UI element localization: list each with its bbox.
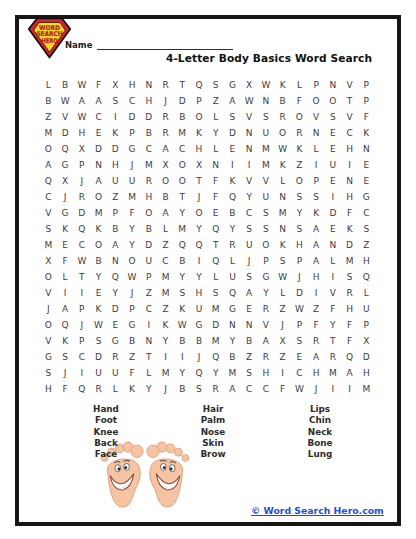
grid-cell: M: [157, 285, 174, 301]
grid-cell: E: [57, 237, 74, 253]
grid-cell: W: [291, 381, 308, 397]
grid-cell: F: [324, 301, 341, 317]
grid-cell: I: [73, 285, 90, 301]
grid-cell: D: [291, 285, 308, 301]
grid-cell: F: [341, 205, 358, 221]
grid-cell: H: [140, 189, 157, 205]
grid-cell: I: [341, 381, 358, 397]
grid-cell: H: [358, 365, 375, 381]
grid-cell: M: [174, 125, 191, 141]
word-list-column-2: HairPalmNoseSkinBrow: [173, 404, 253, 460]
grid-cell: V: [241, 173, 258, 189]
grid-cell: Q: [40, 173, 57, 189]
grid-cell: S: [308, 189, 325, 205]
grid-cell: R: [308, 333, 325, 349]
grid-cell: I: [324, 189, 341, 205]
grid-cell: O: [191, 109, 208, 125]
grid-cell: U: [358, 301, 375, 317]
word-item: Skin: [173, 438, 253, 449]
grid-cell: D: [107, 301, 124, 317]
grid-cell: R: [90, 381, 107, 397]
grid-cell: D: [107, 141, 124, 157]
word-item: Foot: [66, 415, 146, 426]
grid-cell: D: [57, 125, 74, 141]
grid-cell: F: [207, 189, 224, 205]
grid-cell: Y: [174, 205, 191, 221]
grid-cell: Z: [291, 157, 308, 173]
grid-cell: M: [40, 237, 57, 253]
word-item: Face: [66, 449, 146, 460]
grid-cell: Y: [90, 269, 107, 285]
grid-cell: M: [207, 301, 224, 317]
grid-cell: I: [224, 157, 241, 173]
grid-cell: W: [241, 93, 258, 109]
grid-cell: M: [174, 221, 191, 237]
grid-cell: G: [224, 301, 241, 317]
grid-cell: R: [140, 173, 157, 189]
grid-cell: O: [291, 109, 308, 125]
grid-cell: C: [258, 381, 275, 397]
grid-cell: P: [358, 77, 375, 93]
page-frame: WORD SEARCH HERO Name 4-Letter Body Basi…: [15, 15, 401, 526]
logo-text-hero: HERO: [41, 37, 58, 45]
grid-cell: V: [40, 333, 57, 349]
grid-cell: H: [124, 77, 141, 93]
grid-cell: V: [241, 109, 258, 125]
grid-cell: F: [57, 381, 74, 397]
grid-cell: M: [40, 125, 57, 141]
grid-cell: N: [241, 317, 258, 333]
word-item: Hair: [173, 404, 253, 415]
grid-cell: Q: [174, 237, 191, 253]
grid-cell: G: [40, 349, 57, 365]
grid-cell: Q: [73, 221, 90, 237]
grid-cell: A: [224, 93, 241, 109]
grid-cell: C: [73, 349, 90, 365]
grid-cell: L: [274, 173, 291, 189]
word-item: Lung: [280, 449, 360, 460]
grid-cell: A: [107, 237, 124, 253]
grid-cell: J: [191, 189, 208, 205]
grid-cell: U: [90, 365, 107, 381]
grid-cell: L: [324, 253, 341, 269]
grid-cell: I: [174, 349, 191, 365]
grid-cell: J: [40, 301, 57, 317]
grid-cell: P: [358, 317, 375, 333]
grid-cell: L: [224, 253, 241, 269]
grid-cell: N: [324, 77, 341, 93]
grid-cell: P: [291, 253, 308, 269]
grid-cell: Q: [73, 381, 90, 397]
grid-cell: C: [291, 365, 308, 381]
grid-cell: X: [274, 333, 291, 349]
grid-cell: A: [57, 301, 74, 317]
grid-cell: Q: [57, 141, 74, 157]
grid-cell: P: [124, 125, 141, 141]
grid-cell: T: [324, 333, 341, 349]
grid-cell: O: [140, 205, 157, 221]
grid-cell: N: [140, 77, 157, 93]
grid-cell: X: [40, 253, 57, 269]
grid-cell: B: [241, 333, 258, 349]
grid-cell: X: [107, 77, 124, 93]
grid-cell: E: [358, 173, 375, 189]
grid-cell: J: [191, 349, 208, 365]
grid-cell: D: [224, 125, 241, 141]
grid-cell: K: [157, 317, 174, 333]
grid-cell: R: [258, 301, 275, 317]
grid-cell: M: [157, 269, 174, 285]
grid-cell: D: [140, 237, 157, 253]
grid-cell: K: [57, 333, 74, 349]
grid-cell: S: [241, 365, 258, 381]
grid-cell: I: [308, 157, 325, 173]
grid-cell: H: [341, 189, 358, 205]
grid-cell: H: [73, 125, 90, 141]
grid-cell: N: [241, 141, 258, 157]
grid-cell: K: [57, 221, 74, 237]
grid-cell: J: [73, 173, 90, 189]
grid-cell: R: [157, 125, 174, 141]
grid-cell: S: [358, 221, 375, 237]
grid-cell: D: [207, 317, 224, 333]
grid-cell: K: [358, 125, 375, 141]
grid-cell: A: [341, 365, 358, 381]
grid-cell: W: [73, 77, 90, 93]
grid-cell: K: [308, 205, 325, 221]
grid-cell: O: [291, 173, 308, 189]
grid-cell: C: [40, 189, 57, 205]
grid-cell: Z: [40, 109, 57, 125]
grid-cell: P: [291, 317, 308, 333]
grid-cell: H: [107, 157, 124, 173]
grid-cell: I: [324, 381, 341, 397]
grid-cell: G: [358, 189, 375, 205]
grid-cell: T: [140, 349, 157, 365]
word-item: Hand: [66, 404, 146, 415]
grid-cell: Y: [174, 365, 191, 381]
grid-cell: C: [124, 93, 141, 109]
grid-cell: E: [224, 141, 241, 157]
grid-cell: X: [241, 77, 258, 93]
grid-cell: G: [224, 77, 241, 93]
grid-cell: F: [291, 93, 308, 109]
grid-cell: O: [324, 93, 341, 109]
grid-cell: B: [224, 205, 241, 221]
grid-cell: F: [90, 77, 107, 93]
grid-cell: M: [157, 365, 174, 381]
grid-cell: Z: [124, 349, 141, 365]
grid-cell: X: [358, 333, 375, 349]
grid-cell: A: [224, 381, 241, 397]
grid-cell: B: [224, 349, 241, 365]
grid-cell: I: [308, 285, 325, 301]
grid-cell: Q: [224, 285, 241, 301]
grid-cell: A: [73, 93, 90, 109]
grid-cell: C: [241, 205, 258, 221]
grid-cell: S: [174, 285, 191, 301]
grid-cell: M: [140, 157, 157, 173]
grid-cell: M: [341, 253, 358, 269]
grid-cell: Q: [207, 221, 224, 237]
grid-cell: T: [191, 173, 208, 189]
grid-cell: Y: [224, 333, 241, 349]
grid-cell: S: [291, 333, 308, 349]
grid-cell: W: [291, 301, 308, 317]
grid-cell: D: [358, 349, 375, 365]
grid-cell: E: [107, 317, 124, 333]
grid-cell: S: [341, 269, 358, 285]
grid-cell: J: [73, 317, 90, 333]
grid-cell: O: [90, 189, 107, 205]
grid-cell: J: [57, 365, 74, 381]
grid-cell: Q: [191, 365, 208, 381]
grid-cell: K: [90, 221, 107, 237]
grid-cell: K: [274, 77, 291, 93]
grid-cell: L: [40, 77, 57, 93]
grid-cell: H: [40, 381, 57, 397]
grid-cell: E: [324, 221, 341, 237]
grid-cell: W: [174, 317, 191, 333]
grid-cell: L: [274, 285, 291, 301]
grid-cell: C: [90, 109, 107, 125]
grid-cell: I: [241, 157, 258, 173]
grid-cell: Z: [157, 237, 174, 253]
grid-cell: E: [90, 125, 107, 141]
grid-cell: S: [207, 285, 224, 301]
grid-cell: N: [274, 189, 291, 205]
grid-cell: S: [291, 189, 308, 205]
grid-cell: C: [174, 141, 191, 157]
grid-cell: X: [157, 157, 174, 173]
word-item: Nose: [173, 427, 253, 438]
grid-cell: W: [57, 93, 74, 109]
grid-cell: B: [174, 381, 191, 397]
grid-cell: M: [207, 333, 224, 349]
grid-cell: D: [140, 109, 157, 125]
grid-cell: M: [224, 365, 241, 381]
grid-cell: M: [274, 205, 291, 221]
grid-cell: Y: [258, 285, 275, 301]
grid-cell: Q: [191, 77, 208, 93]
grid-cell: B: [140, 125, 157, 141]
grid-cell: J: [291, 269, 308, 285]
grid-cell: Q: [341, 349, 358, 365]
grid-cell: S: [40, 365, 57, 381]
grid-cell: P: [124, 301, 141, 317]
grid-cell: H: [341, 141, 358, 157]
grid-cell: X: [73, 141, 90, 157]
grid-cell: O: [191, 205, 208, 221]
grid-cell: P: [73, 301, 90, 317]
grid-cell: V: [40, 285, 57, 301]
word-item: Knee: [66, 427, 146, 438]
grid-cell: V: [324, 285, 341, 301]
grid-cell: B: [40, 93, 57, 109]
grid-cell: B: [57, 77, 74, 93]
credit-link[interactable]: © Word Search Hero.com: [251, 505, 384, 516]
grid-cell: Y: [324, 317, 341, 333]
grid-cell: D: [124, 109, 141, 125]
grid-cell: F: [57, 253, 74, 269]
grid-cell: D: [174, 93, 191, 109]
grid-cell: R: [291, 125, 308, 141]
grid-cell: K: [274, 157, 291, 173]
grid-cell: R: [107, 349, 124, 365]
grid-cell: G: [57, 205, 74, 221]
grid-cell: I: [191, 253, 208, 269]
grid-cell: H: [191, 141, 208, 157]
grid-cell: A: [308, 253, 325, 269]
grid-cell: V: [341, 77, 358, 93]
grid-cell: A: [241, 285, 258, 301]
grid-cell: O: [174, 157, 191, 173]
grid-cell: Q: [207, 253, 224, 269]
grid-cell: Z: [207, 93, 224, 109]
grid-cell: P: [73, 157, 90, 173]
grid-cell: I: [57, 285, 74, 301]
grid-cell: Q: [57, 317, 74, 333]
grid-cell: U: [191, 301, 208, 317]
grid-cell: Z: [107, 189, 124, 205]
grid-cell: T: [174, 189, 191, 205]
grid-cell: N: [274, 221, 291, 237]
word-list: HandFootKneeBackFace HairPalmNoseSkinBro…: [19, 404, 397, 462]
grid-cell: Q: [191, 237, 208, 253]
grid-cell: R: [258, 349, 275, 365]
grid-cell: M: [124, 189, 141, 205]
word-list-column-1: HandFootKneeBackFace: [66, 404, 146, 460]
grid-cell: J: [124, 285, 141, 301]
grid-cell: E: [207, 205, 224, 221]
grid-cell: Y: [140, 381, 157, 397]
grid-cell: A: [308, 237, 325, 253]
grid-cell: R: [73, 189, 90, 205]
grid-cell: Z: [308, 301, 325, 317]
grid-cell: H: [140, 93, 157, 109]
grid-cell: J: [157, 93, 174, 109]
grid-cell: W: [274, 269, 291, 285]
grid-cell: Z: [358, 237, 375, 253]
grid-cell: D: [341, 237, 358, 253]
grid-cell: A: [258, 333, 275, 349]
grid-cell: N: [324, 237, 341, 253]
grid-cell: L: [207, 109, 224, 125]
grid-cell: A: [157, 141, 174, 157]
name-label: Name: [65, 40, 97, 50]
grid-cell: A: [90, 93, 107, 109]
word-search-hero-logo: WORD SEARCH HERO: [26, 16, 73, 59]
grid-cell: L: [140, 365, 157, 381]
grid-cell: N: [90, 157, 107, 173]
grid-cell: E: [291, 349, 308, 365]
grid-cell: H: [341, 301, 358, 317]
grid-cell: C: [140, 141, 157, 157]
word-item: Neck: [280, 427, 360, 438]
grid-cell: L: [107, 381, 124, 397]
word-item: Bone: [280, 438, 360, 449]
grid-cell: U: [258, 125, 275, 141]
grid-cell: E: [241, 301, 258, 317]
grid-cell: U: [224, 269, 241, 285]
grid-cell: J: [241, 253, 258, 269]
grid-cell: O: [40, 269, 57, 285]
grid-cell: B: [191, 333, 208, 349]
word-search-grid: LBWFXHNRTQSGXWKLPNVPBWAASCHJDPZAWNBFOOTP…: [40, 77, 375, 397]
grid-cell: K: [291, 141, 308, 157]
grid-cell: J: [157, 381, 174, 397]
grid-cell: D: [90, 349, 107, 365]
grid-cell: K: [274, 237, 291, 253]
grid-cell: K: [90, 301, 107, 317]
grid-cell: Y: [241, 189, 258, 205]
grid-cell: F: [358, 109, 375, 125]
grid-cell: Y: [191, 269, 208, 285]
grid-cell: E: [358, 157, 375, 173]
grid-cell: K: [174, 301, 191, 317]
grid-cell: S: [241, 221, 258, 237]
grid-cell: O: [40, 317, 57, 333]
grid-cell: R: [274, 109, 291, 125]
grid-cell: V: [57, 109, 74, 125]
grid-cell: H: [308, 365, 325, 381]
grid-cell: Y: [191, 221, 208, 237]
grid-cell: G: [107, 333, 124, 349]
grid-cell: W: [124, 269, 141, 285]
grid-cell: V: [258, 317, 275, 333]
grid-cell: I: [107, 109, 124, 125]
grid-cell: L: [308, 141, 325, 157]
grid-cell: M: [324, 365, 341, 381]
grid-cell: Y: [174, 269, 191, 285]
grid-cell: F: [308, 317, 325, 333]
grid-cell: T: [73, 269, 90, 285]
grid-cell: G: [57, 157, 74, 173]
grid-cell: S: [274, 253, 291, 269]
grid-cell: Y: [224, 221, 241, 237]
grid-cell: S: [291, 221, 308, 237]
grid-cell: Q: [107, 269, 124, 285]
grid-cell: K: [124, 381, 141, 397]
grid-cell: B: [157, 189, 174, 205]
grid-cell: M: [258, 157, 275, 173]
grid-cell: P: [308, 173, 325, 189]
grid-cell: I: [157, 349, 174, 365]
grid-cell: J: [57, 189, 74, 205]
grid-cell: W: [274, 141, 291, 157]
word-item: Lips: [280, 404, 360, 415]
grid-cell: W: [73, 253, 90, 269]
grid-cell: L: [207, 141, 224, 157]
grid-cell: Y: [107, 285, 124, 301]
grid-cell: E: [324, 125, 341, 141]
grid-cell: Z: [241, 349, 258, 365]
grid-cell: Y: [207, 125, 224, 141]
grid-cell: F: [341, 333, 358, 349]
grid-cell: F: [124, 365, 141, 381]
grid-cell: Y: [291, 205, 308, 221]
grid-cell: S: [241, 269, 258, 285]
grid-cell: M: [358, 381, 375, 397]
grid-cell: T: [174, 77, 191, 93]
grid-cell: D: [73, 205, 90, 221]
grid-cell: P: [107, 205, 124, 221]
grid-cell: A: [90, 173, 107, 189]
grid-cell: V: [341, 109, 358, 125]
grid-cell: I: [140, 317, 157, 333]
grid-cell: O: [157, 173, 174, 189]
grid-cell: K: [191, 125, 208, 141]
